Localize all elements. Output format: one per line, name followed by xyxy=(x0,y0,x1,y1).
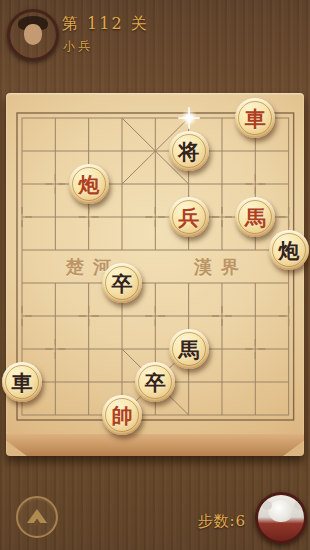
piece-black-soldier[interactable]: 卒 xyxy=(102,263,142,303)
header: 第 112 关 小兵 xyxy=(0,0,310,80)
last-move-indicator xyxy=(180,109,198,127)
rank-label: 小兵 xyxy=(63,38,93,55)
piece-black-chariot[interactable]: 車 xyxy=(2,362,42,402)
chevron-up-icon-notch xyxy=(32,519,42,526)
opponent-avatar[interactable] xyxy=(255,492,307,544)
piece-glyph: 車 xyxy=(2,362,42,402)
piece-glyph: 帥 xyxy=(102,395,142,435)
piece-glyph: 炮 xyxy=(69,164,109,204)
player-avatar[interactable] xyxy=(7,9,59,61)
game-screen: 第 112 关 小兵 楚河 漢界 車将炮兵馬炮卒馬車卒帥 步数:6 xyxy=(0,0,310,550)
piece-black-general[interactable]: 将 xyxy=(169,131,209,171)
piece-red-general[interactable]: 帥 xyxy=(102,395,142,435)
piece-glyph: 卒 xyxy=(102,263,142,303)
piece-red-chariot[interactable]: 車 xyxy=(235,98,275,138)
piece-glyph: 炮 xyxy=(269,230,309,270)
steps-counter: 步数:6 xyxy=(197,512,246,531)
menu-button[interactable] xyxy=(16,496,58,538)
xiangqi-board[interactable]: 楚河 漢界 車将炮兵馬炮卒馬車卒帥 xyxy=(6,93,304,456)
piece-glyph: 将 xyxy=(169,131,209,171)
piece-glyph: 兵 xyxy=(169,197,209,237)
board-front-edge xyxy=(6,434,304,456)
level-label: 第 112 关 xyxy=(62,14,149,35)
piece-red-cannon[interactable]: 炮 xyxy=(69,164,109,204)
piece-black-cannon[interactable]: 炮 xyxy=(269,230,309,270)
piece-glyph: 車 xyxy=(235,98,275,138)
river-label-right: 漢界 xyxy=(194,255,248,279)
piece-red-soldier[interactable]: 兵 xyxy=(169,197,209,237)
